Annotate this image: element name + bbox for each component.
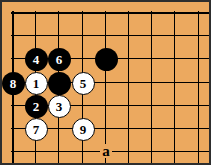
stone-number: 2 [33,100,40,113]
stone-black-6: 6 [48,48,71,71]
grid-vline [128,11,129,163]
stone-black-8: 8 [2,72,25,95]
stone-white-3: 3 [48,95,71,118]
stone-black-4: 4 [25,48,48,71]
stone-number: 3 [56,100,63,113]
stone-black-plain [95,48,118,71]
stone-number: 4 [33,53,40,66]
stone-white-5: 5 [72,72,95,95]
grid-vline [105,11,106,163]
stone-number: 8 [10,77,17,90]
stone-white-9: 9 [72,118,95,141]
point-label-a: a [100,144,112,158]
stone-black-plain [48,72,71,95]
grid-hline [11,12,209,14]
stone-white-7: 7 [25,118,48,141]
stone-number: 7 [33,123,40,136]
stone-number: 1 [33,77,40,90]
grid-vline [151,11,152,163]
stone-black-2: 2 [25,95,48,118]
grid-vline [198,11,199,163]
stone-white-1: 1 [25,72,48,95]
go-board-diagram: a123456789 [0,0,211,165]
stone-number: 9 [80,123,87,136]
stone-number: 6 [56,53,63,66]
grid-vline [174,11,175,163]
grid-hline [11,35,209,36]
stone-number: 5 [80,77,87,90]
